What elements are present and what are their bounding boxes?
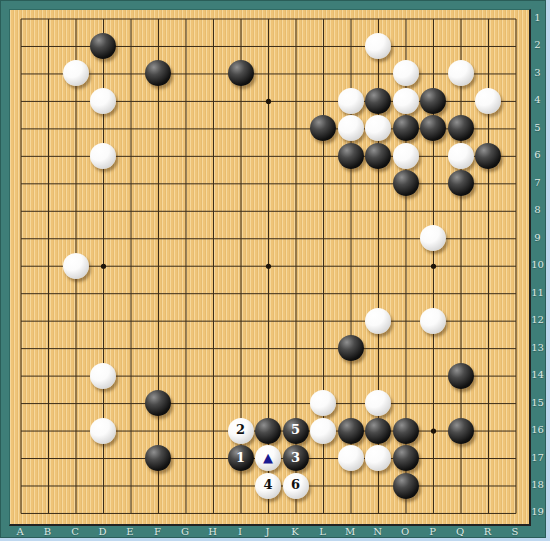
- point-Q18[interactable]: [447, 472, 475, 499]
- point-I9[interactable]: [227, 225, 255, 252]
- point-P12[interactable]: [419, 307, 447, 334]
- point-L14[interactable]: [309, 362, 337, 389]
- point-L9[interactable]: [309, 225, 337, 252]
- point-J5[interactable]: [254, 115, 282, 142]
- point-P2[interactable]: [419, 32, 447, 59]
- point-O3[interactable]: [392, 60, 420, 87]
- point-E13[interactable]: [117, 334, 145, 361]
- point-I19[interactable]: [227, 499, 255, 526]
- point-B8[interactable]: [34, 197, 62, 224]
- point-P8[interactable]: [419, 197, 447, 224]
- point-R1[interactable]: [474, 5, 502, 32]
- point-H9[interactable]: [199, 225, 227, 252]
- point-M16[interactable]: [337, 417, 365, 444]
- point-S3[interactable]: [502, 60, 530, 87]
- point-H3[interactable]: [199, 60, 227, 87]
- point-D12[interactable]: [89, 307, 117, 334]
- point-R7[interactable]: [474, 170, 502, 197]
- point-N12[interactable]: [364, 307, 392, 334]
- point-B5[interactable]: [34, 115, 62, 142]
- point-N9[interactable]: [364, 225, 392, 252]
- point-M18[interactable]: [337, 472, 365, 499]
- point-Q4[interactable]: [447, 87, 475, 114]
- point-O19[interactable]: [392, 499, 420, 526]
- point-E19[interactable]: [117, 499, 145, 526]
- point-Q19[interactable]: [447, 499, 475, 526]
- point-B2[interactable]: [34, 32, 62, 59]
- point-N15[interactable]: [364, 389, 392, 416]
- point-L13[interactable]: [309, 334, 337, 361]
- point-D15[interactable]: [89, 389, 117, 416]
- point-B19[interactable]: [34, 499, 62, 526]
- point-C5[interactable]: [62, 115, 90, 142]
- point-R3[interactable]: [474, 60, 502, 87]
- point-B13[interactable]: [34, 334, 62, 361]
- point-Q8[interactable]: [447, 197, 475, 224]
- point-I3[interactable]: [227, 60, 255, 87]
- point-M15[interactable]: [337, 389, 365, 416]
- point-D7[interactable]: [89, 170, 117, 197]
- point-R5[interactable]: [474, 115, 502, 142]
- point-P4[interactable]: [419, 87, 447, 114]
- point-P9[interactable]: [419, 225, 447, 252]
- point-S10[interactable]: [502, 252, 530, 279]
- point-D17[interactable]: [89, 444, 117, 471]
- point-P19[interactable]: [419, 499, 447, 526]
- point-Q14[interactable]: [447, 362, 475, 389]
- point-J19[interactable]: [254, 499, 282, 526]
- point-R17[interactable]: [474, 444, 502, 471]
- point-Q17[interactable]: [447, 444, 475, 471]
- point-B3[interactable]: [34, 60, 62, 87]
- point-E2[interactable]: [117, 32, 145, 59]
- point-R6[interactable]: [474, 142, 502, 169]
- point-F10[interactable]: [144, 252, 172, 279]
- point-P11[interactable]: [419, 280, 447, 307]
- point-J14[interactable]: [254, 362, 282, 389]
- point-R15[interactable]: [474, 389, 502, 416]
- point-A12[interactable]: [7, 307, 35, 334]
- point-A10[interactable]: [7, 252, 35, 279]
- point-I13[interactable]: [227, 334, 255, 361]
- point-I12[interactable]: [227, 307, 255, 334]
- point-P1[interactable]: [419, 5, 447, 32]
- point-M4[interactable]: [337, 87, 365, 114]
- point-P17[interactable]: [419, 444, 447, 471]
- point-F6[interactable]: [144, 142, 172, 169]
- point-J8[interactable]: [254, 197, 282, 224]
- point-O17[interactable]: [392, 444, 420, 471]
- point-I5[interactable]: [227, 115, 255, 142]
- point-D5[interactable]: [89, 115, 117, 142]
- point-P5[interactable]: [419, 115, 447, 142]
- point-Q11[interactable]: [447, 280, 475, 307]
- point-C6[interactable]: [62, 142, 90, 169]
- point-A18[interactable]: [7, 472, 35, 499]
- point-C15[interactable]: [62, 389, 90, 416]
- point-M5[interactable]: [337, 115, 365, 142]
- point-I17[interactable]: 1: [227, 444, 255, 471]
- point-B17[interactable]: [34, 444, 62, 471]
- point-C3[interactable]: [62, 60, 90, 87]
- point-F5[interactable]: [144, 115, 172, 142]
- point-P10[interactable]: [419, 252, 447, 279]
- point-L2[interactable]: [309, 32, 337, 59]
- point-C8[interactable]: [62, 197, 90, 224]
- point-E10[interactable]: [117, 252, 145, 279]
- point-A17[interactable]: [7, 444, 35, 471]
- point-S1[interactable]: [502, 5, 530, 32]
- point-R19[interactable]: [474, 499, 502, 526]
- point-E12[interactable]: [117, 307, 145, 334]
- point-E7[interactable]: [117, 170, 145, 197]
- point-M11[interactable]: [337, 280, 365, 307]
- point-G12[interactable]: [172, 307, 200, 334]
- point-S11[interactable]: [502, 280, 530, 307]
- point-O4[interactable]: [392, 87, 420, 114]
- point-O8[interactable]: [392, 197, 420, 224]
- point-M13[interactable]: [337, 334, 365, 361]
- point-R13[interactable]: [474, 334, 502, 361]
- point-J2[interactable]: [254, 32, 282, 59]
- point-K6[interactable]: [282, 142, 310, 169]
- point-P18[interactable]: [419, 472, 447, 499]
- point-N7[interactable]: [364, 170, 392, 197]
- point-Q15[interactable]: [447, 389, 475, 416]
- point-Q7[interactable]: [447, 170, 475, 197]
- point-J1[interactable]: [254, 5, 282, 32]
- point-E3[interactable]: [117, 60, 145, 87]
- point-P3[interactable]: [419, 60, 447, 87]
- point-R12[interactable]: [474, 307, 502, 334]
- point-L8[interactable]: [309, 197, 337, 224]
- point-A6[interactable]: [7, 142, 35, 169]
- point-C16[interactable]: [62, 417, 90, 444]
- point-C10[interactable]: [62, 252, 90, 279]
- point-B11[interactable]: [34, 280, 62, 307]
- point-G5[interactable]: [172, 115, 200, 142]
- point-L17[interactable]: [309, 444, 337, 471]
- point-F18[interactable]: [144, 472, 172, 499]
- point-C2[interactable]: [62, 32, 90, 59]
- point-P16[interactable]: [419, 417, 447, 444]
- point-E9[interactable]: [117, 225, 145, 252]
- point-O16[interactable]: [392, 417, 420, 444]
- point-R10[interactable]: [474, 252, 502, 279]
- point-P7[interactable]: [419, 170, 447, 197]
- point-G17[interactable]: [172, 444, 200, 471]
- point-K10[interactable]: [282, 252, 310, 279]
- point-D4[interactable]: [89, 87, 117, 114]
- point-N6[interactable]: [364, 142, 392, 169]
- point-D19[interactable]: [89, 499, 117, 526]
- point-M3[interactable]: [337, 60, 365, 87]
- point-H7[interactable]: [199, 170, 227, 197]
- point-S6[interactable]: [502, 142, 530, 169]
- point-S5[interactable]: [502, 115, 530, 142]
- point-K3[interactable]: [282, 60, 310, 87]
- point-B4[interactable]: [34, 87, 62, 114]
- point-E16[interactable]: [117, 417, 145, 444]
- point-N10[interactable]: [364, 252, 392, 279]
- point-D9[interactable]: [89, 225, 117, 252]
- point-I4[interactable]: [227, 87, 255, 114]
- point-I11[interactable]: [227, 280, 255, 307]
- point-E6[interactable]: [117, 142, 145, 169]
- point-S12[interactable]: [502, 307, 530, 334]
- point-S16[interactable]: [502, 417, 530, 444]
- point-M12[interactable]: [337, 307, 365, 334]
- point-P13[interactable]: [419, 334, 447, 361]
- point-M8[interactable]: [337, 197, 365, 224]
- point-K15[interactable]: [282, 389, 310, 416]
- point-O14[interactable]: [392, 362, 420, 389]
- point-L16[interactable]: [309, 417, 337, 444]
- point-H2[interactable]: [199, 32, 227, 59]
- point-B10[interactable]: [34, 252, 62, 279]
- point-S9[interactable]: [502, 225, 530, 252]
- point-J10[interactable]: [254, 252, 282, 279]
- point-J18[interactable]: 4: [254, 472, 282, 499]
- point-S18[interactable]: [502, 472, 530, 499]
- point-S13[interactable]: [502, 334, 530, 361]
- point-N19[interactable]: [364, 499, 392, 526]
- point-R14[interactable]: [474, 362, 502, 389]
- point-K4[interactable]: [282, 87, 310, 114]
- point-A19[interactable]: [7, 499, 35, 526]
- point-R4[interactable]: [474, 87, 502, 114]
- point-F12[interactable]: [144, 307, 172, 334]
- point-F19[interactable]: [144, 499, 172, 526]
- point-F8[interactable]: [144, 197, 172, 224]
- point-Q12[interactable]: [447, 307, 475, 334]
- point-S2[interactable]: [502, 32, 530, 59]
- point-D8[interactable]: [89, 197, 117, 224]
- point-L19[interactable]: [309, 499, 337, 526]
- point-I16[interactable]: 2: [227, 417, 255, 444]
- point-B14[interactable]: [34, 362, 62, 389]
- point-I2[interactable]: [227, 32, 255, 59]
- point-G18[interactable]: [172, 472, 200, 499]
- point-H18[interactable]: [199, 472, 227, 499]
- point-B18[interactable]: [34, 472, 62, 499]
- point-Q5[interactable]: [447, 115, 475, 142]
- point-P6[interactable]: [419, 142, 447, 169]
- point-I6[interactable]: [227, 142, 255, 169]
- point-G3[interactable]: [172, 60, 200, 87]
- point-F4[interactable]: [144, 87, 172, 114]
- point-I14[interactable]: [227, 362, 255, 389]
- point-F16[interactable]: [144, 417, 172, 444]
- point-K16[interactable]: 5: [282, 417, 310, 444]
- point-K14[interactable]: [282, 362, 310, 389]
- point-J7[interactable]: [254, 170, 282, 197]
- point-Q2[interactable]: [447, 32, 475, 59]
- point-K17[interactable]: 3: [282, 444, 310, 471]
- point-H10[interactable]: [199, 252, 227, 279]
- point-N18[interactable]: [364, 472, 392, 499]
- point-A16[interactable]: [7, 417, 35, 444]
- point-A3[interactable]: [7, 60, 35, 87]
- point-E17[interactable]: [117, 444, 145, 471]
- point-G10[interactable]: [172, 252, 200, 279]
- point-C4[interactable]: [62, 87, 90, 114]
- point-A15[interactable]: [7, 389, 35, 416]
- point-J12[interactable]: [254, 307, 282, 334]
- point-H4[interactable]: [199, 87, 227, 114]
- point-E1[interactable]: [117, 5, 145, 32]
- point-J6[interactable]: [254, 142, 282, 169]
- point-F11[interactable]: [144, 280, 172, 307]
- point-I10[interactable]: [227, 252, 255, 279]
- point-Q3[interactable]: [447, 60, 475, 87]
- point-G7[interactable]: [172, 170, 200, 197]
- point-B9[interactable]: [34, 225, 62, 252]
- point-L12[interactable]: [309, 307, 337, 334]
- point-I1[interactable]: [227, 5, 255, 32]
- point-K7[interactable]: [282, 170, 310, 197]
- point-J13[interactable]: [254, 334, 282, 361]
- point-K1[interactable]: [282, 5, 310, 32]
- point-C9[interactable]: [62, 225, 90, 252]
- point-D14[interactable]: [89, 362, 117, 389]
- point-A14[interactable]: [7, 362, 35, 389]
- point-J11[interactable]: [254, 280, 282, 307]
- point-Q13[interactable]: [447, 334, 475, 361]
- point-N2[interactable]: [364, 32, 392, 59]
- point-P15[interactable]: [419, 389, 447, 416]
- point-H17[interactable]: [199, 444, 227, 471]
- point-C18[interactable]: [62, 472, 90, 499]
- point-G15[interactable]: [172, 389, 200, 416]
- point-R2[interactable]: [474, 32, 502, 59]
- point-D3[interactable]: [89, 60, 117, 87]
- point-E8[interactable]: [117, 197, 145, 224]
- point-B1[interactable]: [34, 5, 62, 32]
- point-Q10[interactable]: [447, 252, 475, 279]
- point-R11[interactable]: [474, 280, 502, 307]
- point-C7[interactable]: [62, 170, 90, 197]
- point-L6[interactable]: [309, 142, 337, 169]
- point-O9[interactable]: [392, 225, 420, 252]
- point-J17[interactable]: ▲: [254, 444, 282, 471]
- point-F13[interactable]: [144, 334, 172, 361]
- point-D2[interactable]: [89, 32, 117, 59]
- point-I7[interactable]: [227, 170, 255, 197]
- point-P14[interactable]: [419, 362, 447, 389]
- point-H12[interactable]: [199, 307, 227, 334]
- point-A13[interactable]: [7, 334, 35, 361]
- point-G8[interactable]: [172, 197, 200, 224]
- point-D1[interactable]: [89, 5, 117, 32]
- point-E14[interactable]: [117, 362, 145, 389]
- point-G14[interactable]: [172, 362, 200, 389]
- point-H11[interactable]: [199, 280, 227, 307]
- point-A7[interactable]: [7, 170, 35, 197]
- point-D16[interactable]: [89, 417, 117, 444]
- point-N17[interactable]: [364, 444, 392, 471]
- point-M19[interactable]: [337, 499, 365, 526]
- point-L10[interactable]: [309, 252, 337, 279]
- point-G19[interactable]: [172, 499, 200, 526]
- point-I8[interactable]: [227, 197, 255, 224]
- point-Q9[interactable]: [447, 225, 475, 252]
- point-S14[interactable]: [502, 362, 530, 389]
- point-Q1[interactable]: [447, 5, 475, 32]
- point-O11[interactable]: [392, 280, 420, 307]
- point-C11[interactable]: [62, 280, 90, 307]
- point-L7[interactable]: [309, 170, 337, 197]
- point-L4[interactable]: [309, 87, 337, 114]
- point-A1[interactable]: [7, 5, 35, 32]
- point-G1[interactable]: [172, 5, 200, 32]
- point-C13[interactable]: [62, 334, 90, 361]
- point-O10[interactable]: [392, 252, 420, 279]
- point-Q16[interactable]: [447, 417, 475, 444]
- point-K19[interactable]: [282, 499, 310, 526]
- point-I18[interactable]: [227, 472, 255, 499]
- point-N11[interactable]: [364, 280, 392, 307]
- point-Q6[interactable]: [447, 142, 475, 169]
- point-K18[interactable]: 6: [282, 472, 310, 499]
- point-G11[interactable]: [172, 280, 200, 307]
- point-E4[interactable]: [117, 87, 145, 114]
- point-H14[interactable]: [199, 362, 227, 389]
- point-S17[interactable]: [502, 444, 530, 471]
- point-E11[interactable]: [117, 280, 145, 307]
- point-K11[interactable]: [282, 280, 310, 307]
- point-H1[interactable]: [199, 5, 227, 32]
- point-J16[interactable]: [254, 417, 282, 444]
- point-A5[interactable]: [7, 115, 35, 142]
- point-L18[interactable]: [309, 472, 337, 499]
- point-F3[interactable]: [144, 60, 172, 87]
- point-K12[interactable]: [282, 307, 310, 334]
- point-N13[interactable]: [364, 334, 392, 361]
- point-N1[interactable]: [364, 5, 392, 32]
- point-L1[interactable]: [309, 5, 337, 32]
- point-R16[interactable]: [474, 417, 502, 444]
- point-A8[interactable]: [7, 197, 35, 224]
- point-C1[interactable]: [62, 5, 90, 32]
- point-J9[interactable]: [254, 225, 282, 252]
- point-S4[interactable]: [502, 87, 530, 114]
- point-G6[interactable]: [172, 142, 200, 169]
- point-I15[interactable]: [227, 389, 255, 416]
- point-C19[interactable]: [62, 499, 90, 526]
- point-D11[interactable]: [89, 280, 117, 307]
- point-F2[interactable]: [144, 32, 172, 59]
- point-M17[interactable]: [337, 444, 365, 471]
- point-L11[interactable]: [309, 280, 337, 307]
- point-M7[interactable]: [337, 170, 365, 197]
- point-G13[interactable]: [172, 334, 200, 361]
- point-N8[interactable]: [364, 197, 392, 224]
- point-F1[interactable]: [144, 5, 172, 32]
- point-G2[interactable]: [172, 32, 200, 59]
- point-H15[interactable]: [199, 389, 227, 416]
- point-H13[interactable]: [199, 334, 227, 361]
- point-N4[interactable]: [364, 87, 392, 114]
- point-M1[interactable]: [337, 5, 365, 32]
- point-F9[interactable]: [144, 225, 172, 252]
- point-S19[interactable]: [502, 499, 530, 526]
- point-S15[interactable]: [502, 389, 530, 416]
- point-K13[interactable]: [282, 334, 310, 361]
- point-J4[interactable]: [254, 87, 282, 114]
- point-H16[interactable]: [199, 417, 227, 444]
- point-L5[interactable]: [309, 115, 337, 142]
